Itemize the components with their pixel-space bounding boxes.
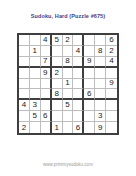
page-title: Sudoku, Hard (Puzzle #675): [0, 12, 136, 20]
cell-r1c1: [19, 35, 30, 46]
cell-r5c2: [30, 79, 41, 90]
cell-r9c4: 1: [52, 122, 63, 133]
cell-r2c6: 4: [73, 46, 84, 57]
cell-r2c1: [19, 46, 30, 57]
cell-r8c1: [19, 111, 30, 122]
cell-r9c2: [30, 122, 41, 133]
cell-r2c7: [84, 46, 95, 57]
cell-r6c6: [73, 89, 84, 100]
cell-r5c6: [73, 79, 84, 90]
cell-r5c3: [41, 79, 52, 90]
cell-r1c5: 2: [63, 35, 74, 46]
cell-r1c6: [73, 35, 84, 46]
cell-r9c7: [84, 122, 95, 133]
cell-r9c3: [41, 122, 52, 133]
cell-r8c3: 6: [41, 111, 52, 122]
cell-r9c6: 6: [73, 122, 84, 133]
sudoku-board: 4526148278949219864355632169: [17, 33, 119, 135]
cell-r3c9: 4: [106, 57, 117, 68]
cell-r4c4: 2: [52, 68, 63, 79]
cell-r2c2: 1: [30, 46, 41, 57]
cell-r2c5: [63, 46, 74, 57]
cell-r3c3: 7: [41, 57, 52, 68]
cell-r9c9: [106, 122, 117, 133]
cell-r2c9: 2: [106, 46, 117, 57]
cell-r7c4: [52, 100, 63, 111]
cell-r8c6: [73, 111, 84, 122]
cell-r3c4: [52, 57, 63, 68]
cell-r7c3: [41, 100, 52, 111]
cell-r7c2: 3: [30, 100, 41, 111]
cell-r7c5: 5: [63, 100, 74, 111]
cell-r6c3: [41, 89, 52, 100]
cell-r1c4: 5: [52, 35, 63, 46]
cell-r6c4: 8: [52, 89, 63, 100]
cell-r5c1: [19, 79, 30, 90]
cell-r6c8: [95, 89, 106, 100]
cell-r3c8: [95, 57, 106, 68]
footer-url: www.printmysudoku.com: [0, 162, 136, 168]
cell-r4c6: [73, 68, 84, 79]
cell-r9c5: [63, 122, 74, 133]
cell-r4c5: [63, 68, 74, 79]
cell-r6c5: [63, 89, 74, 100]
cell-r3c1: [19, 57, 30, 68]
cell-r5c5: 1: [63, 79, 74, 90]
cell-r6c9: [106, 89, 117, 100]
cell-r8c8: 3: [95, 111, 106, 122]
cell-r1c2: [30, 35, 41, 46]
cell-r4c8: [95, 68, 106, 79]
cell-r4c3: 9: [41, 68, 52, 79]
cell-r9c8: 9: [95, 122, 106, 133]
cell-r8c4: [52, 111, 63, 122]
cell-r7c6: [73, 100, 84, 111]
cell-r8c7: [84, 111, 95, 122]
cell-r7c9: [106, 100, 117, 111]
cell-r3c2: [30, 57, 41, 68]
cell-r5c9: 9: [106, 79, 117, 90]
cell-r1c8: [95, 35, 106, 46]
cell-r8c5: [63, 111, 74, 122]
cell-r1c3: 4: [41, 35, 52, 46]
cell-r2c4: [52, 46, 63, 57]
cell-r5c4: [52, 79, 63, 90]
cell-r5c8: [95, 79, 106, 90]
cell-r8c2: 5: [30, 111, 41, 122]
cell-r3c5: 8: [63, 57, 74, 68]
cell-r2c8: 8: [95, 46, 106, 57]
cell-r6c7: 6: [84, 89, 95, 100]
cell-r8c9: [106, 111, 117, 122]
cell-r4c7: [84, 68, 95, 79]
cell-r7c1: 4: [19, 100, 30, 111]
cell-r9c1: 2: [19, 122, 30, 133]
cell-r6c2: [30, 89, 41, 100]
cell-r5c7: [84, 79, 95, 90]
cell-r1c9: 6: [106, 35, 117, 46]
cell-r7c8: [95, 100, 106, 111]
printable-sudoku-page: Sudoku, Hard (Puzzle #675) 4526148278949…: [0, 0, 136, 176]
cell-r4c1: [19, 68, 30, 79]
cell-r6c1: [19, 89, 30, 100]
cell-r2c3: [41, 46, 52, 57]
cell-r3c6: [73, 57, 84, 68]
cell-r7c7: [84, 100, 95, 111]
cell-r3c7: 9: [84, 57, 95, 68]
cell-r1c7: [84, 35, 95, 46]
cell-r4c9: [106, 68, 117, 79]
cell-r4c2: [30, 68, 41, 79]
